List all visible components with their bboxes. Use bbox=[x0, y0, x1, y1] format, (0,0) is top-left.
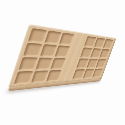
pit-grid bbox=[14, 28, 114, 84]
wooden-tray bbox=[8, 24, 116, 88]
